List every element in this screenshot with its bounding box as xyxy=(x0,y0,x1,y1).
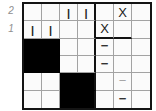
cell-r5c2[interactable] xyxy=(42,73,60,90)
cross-mark: X xyxy=(100,22,109,35)
dash-mark: − xyxy=(101,39,109,52)
dash-mark: − xyxy=(119,92,127,105)
filled-cell-r6c4[interactable] xyxy=(78,91,96,108)
filled-cell-r5c3[interactable] xyxy=(60,73,78,90)
cell-r4c7[interactable] xyxy=(132,56,150,73)
tick-mark: | xyxy=(84,8,87,19)
cell-r6c7[interactable] xyxy=(132,91,150,108)
puzzle-board: ||X||X−−−− xyxy=(22,2,152,110)
cell-r5c6[interactable]: − xyxy=(114,73,132,90)
tick-mark: | xyxy=(67,8,70,19)
cell-r4c5[interactable]: − xyxy=(96,56,114,73)
puzzle-screenshot: 2 1 ||X||X−−−− xyxy=(0,0,156,111)
cell-r5c1[interactable] xyxy=(24,73,42,90)
cell-r3c3[interactable] xyxy=(60,39,78,56)
filled-cell-r3c1[interactable] xyxy=(24,39,42,56)
tick-mark: | xyxy=(49,25,52,36)
cell-r2c7[interactable] xyxy=(132,21,150,38)
filled-cell-r5c4[interactable] xyxy=(78,73,96,90)
dash-mark: − xyxy=(101,57,109,70)
cell-r1c2[interactable] xyxy=(42,4,60,21)
cell-r5c5[interactable] xyxy=(96,73,114,90)
cell-r4c3[interactable] xyxy=(60,56,78,73)
row-clue-column: 2 1 xyxy=(0,2,22,38)
filled-cell-r4c1[interactable] xyxy=(24,56,42,73)
cell-r2c1[interactable]: | xyxy=(24,21,42,38)
cell-r6c6[interactable]: − xyxy=(114,91,132,108)
tick-mark: | xyxy=(31,25,34,36)
cell-r2c6[interactable] xyxy=(114,21,132,38)
filled-cell-r3c2[interactable] xyxy=(42,39,60,56)
cell-r6c5[interactable] xyxy=(96,91,114,108)
cell-r6c2[interactable] xyxy=(42,91,60,108)
cell-r6c1[interactable] xyxy=(24,91,42,108)
cell-r1c7[interactable] xyxy=(132,4,150,21)
cell-r1c4[interactable]: | xyxy=(78,4,96,21)
cell-r3c4[interactable] xyxy=(78,39,96,56)
cell-r2c5[interactable]: X xyxy=(96,21,114,38)
cell-r2c2[interactable]: | xyxy=(42,21,60,38)
cell-r3c7[interactable] xyxy=(132,39,150,56)
cell-r1c5[interactable] xyxy=(96,4,114,21)
row-clue-2: 1 xyxy=(0,20,22,38)
cell-r2c4[interactable] xyxy=(78,21,96,38)
cell-r3c5[interactable]: − xyxy=(96,39,114,56)
cell-r3c6[interactable] xyxy=(114,39,132,56)
cell-r2c3[interactable] xyxy=(60,21,78,38)
filled-cell-r6c3[interactable] xyxy=(60,91,78,108)
cell-r4c4[interactable] xyxy=(78,56,96,73)
cross-mark: X xyxy=(118,6,127,19)
cell-r1c3[interactable]: | xyxy=(60,4,78,21)
filled-cell-r4c2[interactable] xyxy=(42,56,60,73)
cell-r5c7[interactable] xyxy=(132,73,150,90)
cell-r4c6[interactable] xyxy=(114,56,132,73)
dash-mark-light: − xyxy=(119,74,127,87)
cell-r1c6[interactable]: X xyxy=(114,4,132,21)
cell-r1c1[interactable] xyxy=(24,4,42,21)
row-clue-1: 2 xyxy=(0,2,22,20)
